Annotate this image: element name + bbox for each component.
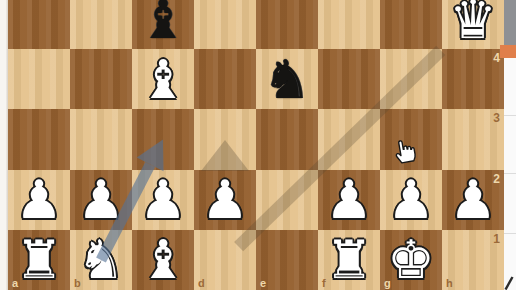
square-c3[interactable] xyxy=(132,109,194,169)
rank-label-3: 3 xyxy=(493,111,500,125)
piece-white-bishop[interactable]: ♝ xyxy=(132,49,194,109)
square-c5[interactable]: ♝ xyxy=(132,0,194,49)
square-e3[interactable] xyxy=(256,109,318,169)
piece-white-pawn[interactable]: ♟ xyxy=(194,170,256,230)
square-a5[interactable] xyxy=(8,0,70,49)
side-panel xyxy=(504,0,516,290)
piece-white-pawn[interactable]: ♟ xyxy=(380,170,442,230)
square-a3[interactable] xyxy=(8,109,70,169)
square-h2[interactable]: ♟2 xyxy=(442,170,504,230)
square-c2[interactable]: ♟ xyxy=(132,170,194,230)
square-g3[interactable] xyxy=(380,109,442,169)
piece-white-pawn[interactable]: ♟ xyxy=(8,170,70,230)
piece-black-knight[interactable]: ♞ xyxy=(256,49,318,109)
piece-white-pawn[interactable]: ♟ xyxy=(70,170,132,230)
square-b2[interactable]: ♟ xyxy=(70,170,132,230)
piece-white-rook[interactable]: ♜ xyxy=(8,230,70,290)
piece-white-rook[interactable]: ♜ xyxy=(318,230,380,290)
piece-white-king[interactable]: ♚ xyxy=(380,230,442,290)
square-f3[interactable] xyxy=(318,109,380,169)
square-h4[interactable]: 4 xyxy=(442,49,504,109)
square-e4[interactable]: ♞ xyxy=(256,49,318,109)
piece-white-queen[interactable]: ♛ xyxy=(442,0,504,49)
square-c4[interactable]: ♝ xyxy=(132,49,194,109)
square-h5[interactable]: ♛ xyxy=(442,0,504,49)
square-g5[interactable] xyxy=(380,0,442,49)
square-e5[interactable] xyxy=(256,0,318,49)
piece-white-bishop[interactable]: ♝ xyxy=(132,230,194,290)
piece-white-knight[interactable]: ♞ xyxy=(70,230,132,290)
square-c1[interactable]: ♝ xyxy=(132,230,194,290)
rank-label-1: 1 xyxy=(493,232,500,246)
file-label-e: e xyxy=(260,277,266,289)
square-g4[interactable] xyxy=(380,49,442,109)
piece-white-pawn[interactable]: ♟ xyxy=(442,170,504,230)
square-d2[interactable]: ♟ xyxy=(194,170,256,230)
video-frame: ♝♛♝♞43♟♟♟♟♟♟♟2♜a♞b♝de♜f♚g1h xyxy=(0,0,516,290)
square-d4[interactable] xyxy=(194,49,256,109)
square-b1[interactable]: ♞b xyxy=(70,230,132,290)
rank-label-4: 4 xyxy=(493,51,500,65)
square-e1[interactable]: e xyxy=(256,230,318,290)
file-label-h: h xyxy=(446,277,453,289)
corner-pen-mark xyxy=(504,0,516,290)
square-h3[interactable]: 3 xyxy=(442,109,504,169)
square-g1[interactable]: ♚g xyxy=(380,230,442,290)
chess-board[interactable]: ♝♛♝♞43♟♟♟♟♟♟♟2♜a♞b♝de♜f♚g1h xyxy=(8,0,504,290)
square-h1[interactable]: 1h xyxy=(442,230,504,290)
square-d1[interactable]: d xyxy=(194,230,256,290)
square-a4[interactable] xyxy=(8,49,70,109)
square-g2[interactable]: ♟ xyxy=(380,170,442,230)
square-a1[interactable]: ♜a xyxy=(8,230,70,290)
file-label-d: d xyxy=(198,277,205,289)
square-d5[interactable] xyxy=(194,0,256,49)
square-f1[interactable]: ♜f xyxy=(318,230,380,290)
square-f4[interactable] xyxy=(318,49,380,109)
square-b4[interactable] xyxy=(70,49,132,109)
piece-white-pawn[interactable]: ♟ xyxy=(318,170,380,230)
square-a2[interactable]: ♟ xyxy=(8,170,70,230)
square-f5[interactable] xyxy=(318,0,380,49)
square-d3[interactable] xyxy=(194,109,256,169)
piece-white-pawn[interactable]: ♟ xyxy=(132,170,194,230)
square-e2[interactable] xyxy=(256,170,318,230)
square-b3[interactable] xyxy=(70,109,132,169)
piece-black-bishop[interactable]: ♝ xyxy=(132,0,194,49)
square-b5[interactable] xyxy=(70,0,132,49)
square-f2[interactable]: ♟ xyxy=(318,170,380,230)
page-margin-strip xyxy=(0,0,8,290)
